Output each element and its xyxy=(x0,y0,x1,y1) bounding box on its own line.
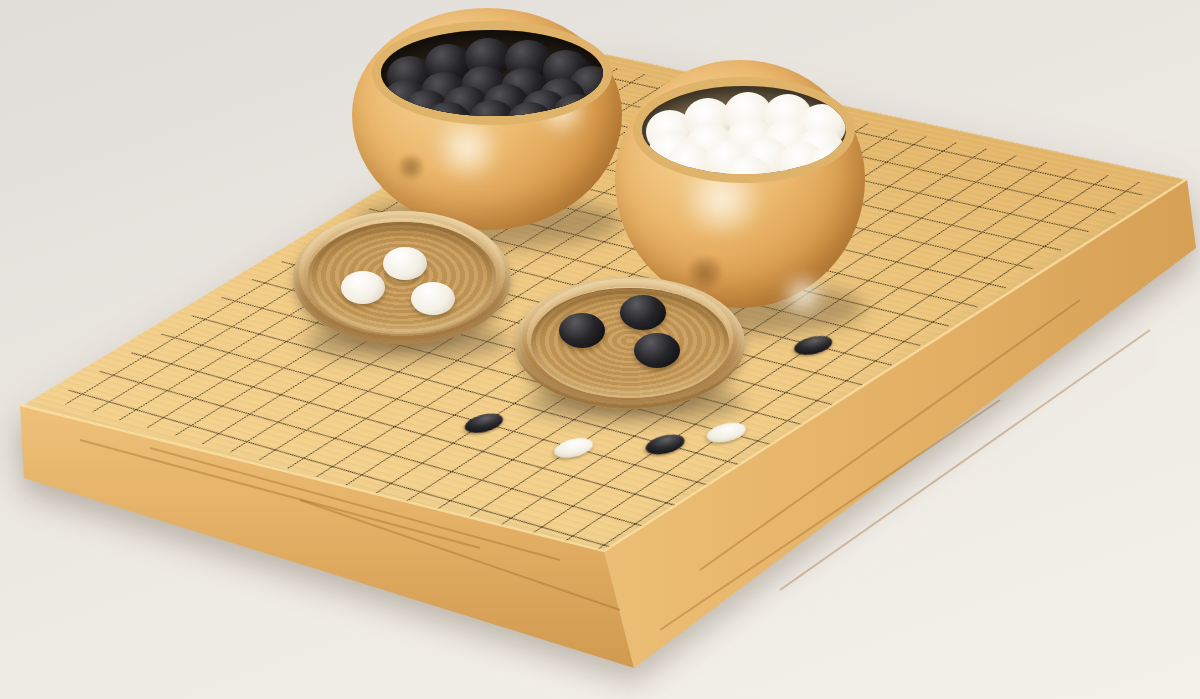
black-stone-bowl xyxy=(352,8,622,230)
board-stone-white-S6: ○ xyxy=(699,420,754,446)
board-stone-black-R5: ● xyxy=(638,432,693,458)
bowl-sheen-highlight xyxy=(667,164,777,234)
bowl-sheen-highlight xyxy=(773,274,833,316)
tray-stone-white xyxy=(383,247,427,280)
black-stone-tray xyxy=(515,277,745,409)
tray-stone-black xyxy=(620,295,666,330)
black-bowl-opening xyxy=(381,30,603,116)
go-set-photo-scene: ●○●○● xyxy=(0,0,1200,699)
tray-stone-white xyxy=(411,282,455,315)
white-stone-tray xyxy=(293,211,511,345)
wood-knot xyxy=(685,256,725,290)
wood-knot xyxy=(396,154,426,180)
tray-stone-black xyxy=(559,313,605,348)
white-bowl-opening xyxy=(642,86,846,174)
white-stone-bowl xyxy=(615,60,865,308)
board-stone-white-P4: ○ xyxy=(546,435,601,461)
board-stone-black-M4: ● xyxy=(457,411,511,436)
tray-stone-black xyxy=(634,333,680,368)
board-stone-black-R10: ● xyxy=(786,333,840,357)
bowl-sheen-highlight xyxy=(422,118,512,178)
tray-stone-white xyxy=(341,271,385,304)
